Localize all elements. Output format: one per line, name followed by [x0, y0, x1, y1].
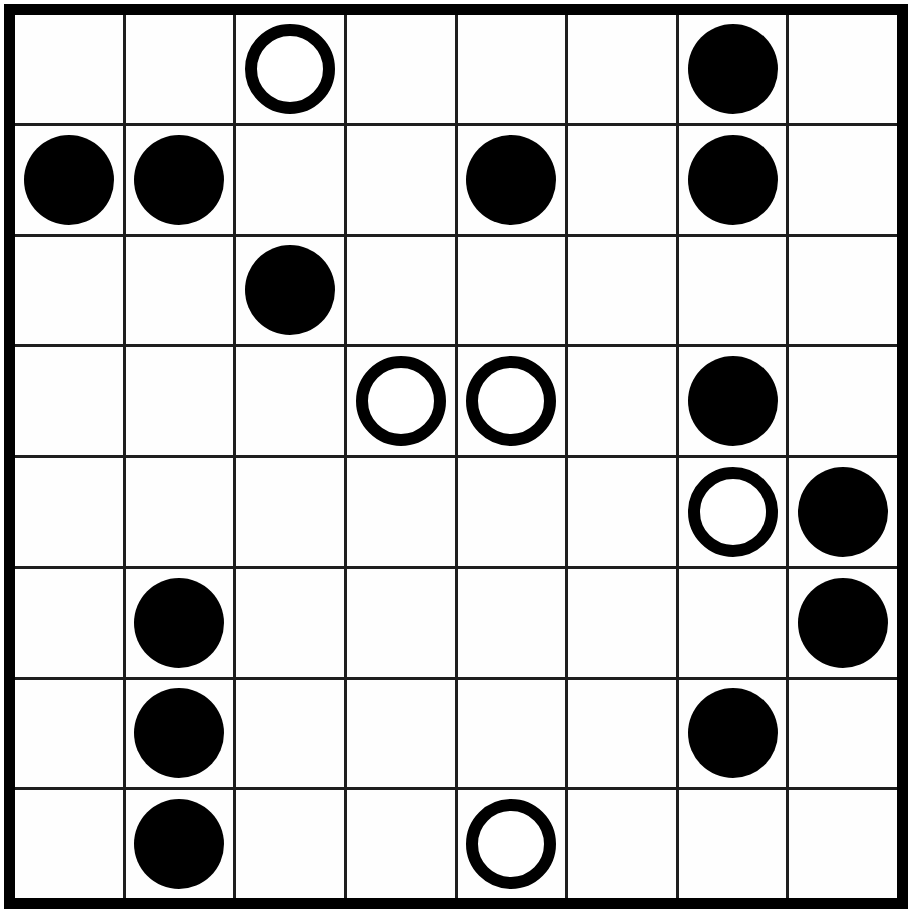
- cell-r5c1[interactable]: [15, 458, 123, 566]
- cell-r2c2[interactable]: [126, 126, 234, 234]
- cell-r3c4[interactable]: [347, 237, 455, 345]
- cell-r7c2[interactable]: [126, 680, 234, 788]
- black-pearl: [798, 467, 888, 557]
- cell-r8c2[interactable]: [126, 790, 234, 898]
- cell-r5c7[interactable]: [679, 458, 787, 566]
- cell-r2c5[interactable]: [458, 126, 566, 234]
- cell-r3c7[interactable]: [679, 237, 787, 345]
- cell-r7c8[interactable]: [789, 680, 897, 788]
- black-pearl: [24, 135, 114, 225]
- cell-r6c3[interactable]: [236, 569, 344, 677]
- cell-r1c5[interactable]: [458, 15, 566, 123]
- cell-r8c5[interactable]: [458, 790, 566, 898]
- cell-r4c1[interactable]: [15, 347, 123, 455]
- cell-r7c4[interactable]: [347, 680, 455, 788]
- cell-r8c7[interactable]: [679, 790, 787, 898]
- cell-r3c3[interactable]: [236, 237, 344, 345]
- black-pearl: [798, 578, 888, 668]
- cell-r8c4[interactable]: [347, 790, 455, 898]
- cell-r2c8[interactable]: [789, 126, 897, 234]
- cell-r1c8[interactable]: [789, 15, 897, 123]
- cell-r4c3[interactable]: [236, 347, 344, 455]
- cell-r1c1[interactable]: [15, 15, 123, 123]
- white-pearl: [245, 24, 335, 114]
- cell-r2c4[interactable]: [347, 126, 455, 234]
- black-pearl: [134, 578, 224, 668]
- cell-r7c1[interactable]: [15, 680, 123, 788]
- cell-r1c3[interactable]: [236, 15, 344, 123]
- black-pearl: [134, 799, 224, 889]
- cell-r6c5[interactable]: [458, 569, 566, 677]
- cell-r6c6[interactable]: [568, 569, 676, 677]
- black-pearl: [134, 688, 224, 778]
- cell-r8c8[interactable]: [789, 790, 897, 898]
- cell-r5c4[interactable]: [347, 458, 455, 566]
- cell-r7c3[interactable]: [236, 680, 344, 788]
- cell-r5c8[interactable]: [789, 458, 897, 566]
- black-pearl: [688, 135, 778, 225]
- cell-r2c7[interactable]: [679, 126, 787, 234]
- cell-r2c1[interactable]: [15, 126, 123, 234]
- cell-r5c5[interactable]: [458, 458, 566, 566]
- cell-r6c1[interactable]: [15, 569, 123, 677]
- cell-r4c7[interactable]: [679, 347, 787, 455]
- cell-r4c8[interactable]: [789, 347, 897, 455]
- white-pearl: [688, 467, 778, 557]
- cell-r7c5[interactable]: [458, 680, 566, 788]
- masyu-board: [4, 4, 908, 909]
- cell-r4c5[interactable]: [458, 347, 566, 455]
- cell-r1c4[interactable]: [347, 15, 455, 123]
- cell-r2c3[interactable]: [236, 126, 344, 234]
- cell-r7c7[interactable]: [679, 680, 787, 788]
- cell-r1c6[interactable]: [568, 15, 676, 123]
- black-pearl: [245, 245, 335, 335]
- cell-r6c4[interactable]: [347, 569, 455, 677]
- cell-r5c2[interactable]: [126, 458, 234, 566]
- board-grid: [15, 15, 897, 898]
- cell-r4c2[interactable]: [126, 347, 234, 455]
- black-pearl: [688, 356, 778, 446]
- page: { "game": "masyu", "description": "8x8 M…: [0, 0, 911, 911]
- cell-r6c2[interactable]: [126, 569, 234, 677]
- cell-r8c1[interactable]: [15, 790, 123, 898]
- cell-r8c3[interactable]: [236, 790, 344, 898]
- black-pearl: [688, 688, 778, 778]
- black-pearl: [466, 135, 556, 225]
- cell-r1c7[interactable]: [679, 15, 787, 123]
- cell-r6c7[interactable]: [679, 569, 787, 677]
- cell-r4c4[interactable]: [347, 347, 455, 455]
- black-pearl: [134, 135, 224, 225]
- cell-r1c2[interactable]: [126, 15, 234, 123]
- cell-r3c2[interactable]: [126, 237, 234, 345]
- cell-r8c6[interactable]: [568, 790, 676, 898]
- cell-r5c3[interactable]: [236, 458, 344, 566]
- cell-r2c6[interactable]: [568, 126, 676, 234]
- cell-r6c8[interactable]: [789, 569, 897, 677]
- cell-r3c6[interactable]: [568, 237, 676, 345]
- white-pearl: [466, 356, 556, 446]
- cell-r3c5[interactable]: [458, 237, 566, 345]
- black-pearl: [688, 24, 778, 114]
- cell-r3c1[interactable]: [15, 237, 123, 345]
- cell-r7c6[interactable]: [568, 680, 676, 788]
- white-pearl: [466, 799, 556, 889]
- cell-r5c6[interactable]: [568, 458, 676, 566]
- cell-r3c8[interactable]: [789, 237, 897, 345]
- cell-r4c6[interactable]: [568, 347, 676, 455]
- white-pearl: [356, 356, 446, 446]
